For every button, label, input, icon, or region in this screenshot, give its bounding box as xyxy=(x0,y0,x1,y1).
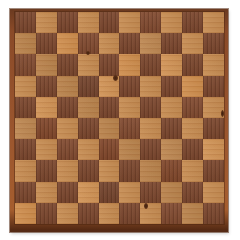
square-r3c1 xyxy=(15,54,36,75)
square-r3c8 xyxy=(161,54,182,75)
wood-knot xyxy=(221,110,224,117)
square-r1c1 xyxy=(15,12,36,33)
square-r9c3 xyxy=(57,182,78,203)
square-r3c4 xyxy=(78,54,99,75)
checkerboard-frame xyxy=(10,9,228,232)
square-r2c9 xyxy=(182,33,203,54)
square-r10c4 xyxy=(78,203,99,224)
square-r8c10 xyxy=(203,160,224,181)
square-r5c5 xyxy=(99,97,120,118)
square-r8c9 xyxy=(182,160,203,181)
square-r9c6 xyxy=(119,182,140,203)
square-r1c4 xyxy=(78,12,99,33)
square-r5c3 xyxy=(57,97,78,118)
square-r6c2 xyxy=(36,118,57,139)
square-r5c7 xyxy=(140,97,161,118)
square-r5c4 xyxy=(78,97,99,118)
square-r6c5 xyxy=(99,118,120,139)
square-r4c3 xyxy=(57,76,78,97)
square-r8c3 xyxy=(57,160,78,181)
square-r4c8 xyxy=(161,76,182,97)
square-r4c6 xyxy=(119,76,140,97)
square-r1c3 xyxy=(57,12,78,33)
square-r8c7 xyxy=(140,160,161,181)
square-r3c6 xyxy=(119,54,140,75)
square-r8c6 xyxy=(119,160,140,181)
square-r8c2 xyxy=(36,160,57,181)
square-r2c3 xyxy=(57,33,78,54)
square-r2c5 xyxy=(99,33,120,54)
square-r10c8 xyxy=(161,203,182,224)
square-r7c10 xyxy=(203,139,224,160)
square-r2c1 xyxy=(15,33,36,54)
square-r7c4 xyxy=(78,139,99,160)
square-r1c10 xyxy=(203,12,224,33)
wood-knot xyxy=(144,203,148,209)
square-r5c9 xyxy=(182,97,203,118)
square-r2c8 xyxy=(161,33,182,54)
square-r6c4 xyxy=(78,118,99,139)
product-photo xyxy=(0,0,240,240)
square-r4c7 xyxy=(140,76,161,97)
square-r4c4 xyxy=(78,76,99,97)
square-r4c1 xyxy=(15,76,36,97)
square-r8c8 xyxy=(161,160,182,181)
square-r7c3 xyxy=(57,139,78,160)
square-r4c10 xyxy=(203,76,224,97)
square-r10c3 xyxy=(57,203,78,224)
square-r4c9 xyxy=(182,76,203,97)
square-r5c6 xyxy=(119,97,140,118)
square-r2c2 xyxy=(36,33,57,54)
wood-knot xyxy=(113,75,118,81)
square-r5c1 xyxy=(15,97,36,118)
square-r8c4 xyxy=(78,160,99,181)
square-r7c1 xyxy=(15,139,36,160)
square-r5c2 xyxy=(36,97,57,118)
square-r8c1 xyxy=(15,160,36,181)
square-r2c6 xyxy=(119,33,140,54)
square-r1c6 xyxy=(119,12,140,33)
square-r9c1 xyxy=(15,182,36,203)
square-r3c3 xyxy=(57,54,78,75)
square-r9c10 xyxy=(203,182,224,203)
square-r5c8 xyxy=(161,97,182,118)
square-r7c5 xyxy=(99,139,120,160)
square-r1c9 xyxy=(182,12,203,33)
square-r6c10 xyxy=(203,118,224,139)
square-r6c6 xyxy=(119,118,140,139)
square-r2c10 xyxy=(203,33,224,54)
square-r7c2 xyxy=(36,139,57,160)
square-r9c7 xyxy=(140,182,161,203)
square-r10c5 xyxy=(99,203,120,224)
square-r1c7 xyxy=(140,12,161,33)
checkerboard-grid xyxy=(15,12,224,224)
square-r6c1 xyxy=(15,118,36,139)
square-r7c6 xyxy=(119,139,140,160)
square-r10c6 xyxy=(119,203,140,224)
square-r2c7 xyxy=(140,33,161,54)
square-r9c9 xyxy=(182,182,203,203)
square-r8c5 xyxy=(99,160,120,181)
square-r1c5 xyxy=(99,12,120,33)
square-r3c7 xyxy=(140,54,161,75)
square-r7c8 xyxy=(161,139,182,160)
square-r9c2 xyxy=(36,182,57,203)
square-r1c2 xyxy=(36,12,57,33)
square-r3c2 xyxy=(36,54,57,75)
square-r7c9 xyxy=(182,139,203,160)
square-r6c8 xyxy=(161,118,182,139)
square-r3c10 xyxy=(203,54,224,75)
square-r3c9 xyxy=(182,54,203,75)
square-r10c1 xyxy=(15,203,36,224)
square-r9c5 xyxy=(99,182,120,203)
square-r9c8 xyxy=(161,182,182,203)
square-r10c9 xyxy=(182,203,203,224)
square-r9c4 xyxy=(78,182,99,203)
square-r1c8 xyxy=(161,12,182,33)
square-r3c5 xyxy=(99,54,120,75)
square-r4c2 xyxy=(36,76,57,97)
wood-knot xyxy=(86,51,90,55)
square-r10c2 xyxy=(36,203,57,224)
square-r7c7 xyxy=(140,139,161,160)
square-r6c9 xyxy=(182,118,203,139)
square-r6c7 xyxy=(140,118,161,139)
square-r6c3 xyxy=(57,118,78,139)
square-r10c10 xyxy=(203,203,224,224)
